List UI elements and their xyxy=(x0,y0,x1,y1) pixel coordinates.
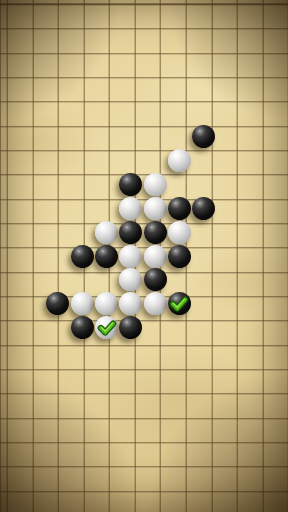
cell-3-1[interactable] xyxy=(70,29,94,53)
cell-0-14[interactable] xyxy=(0,340,22,364)
cell-5-13 xyxy=(119,316,143,340)
cell-4-0[interactable] xyxy=(94,5,118,29)
cell-3-20[interactable] xyxy=(70,483,94,507)
stone-black xyxy=(168,197,191,220)
cell-0-5[interactable] xyxy=(0,125,22,149)
cell-11-4[interactable] xyxy=(265,101,288,125)
cell-4-11[interactable] xyxy=(94,268,118,292)
cell-1-18[interactable] xyxy=(22,435,46,459)
cell-4-18[interactable] xyxy=(94,435,118,459)
cell-11-9[interactable] xyxy=(265,220,288,244)
cell-4-20[interactable] xyxy=(94,483,118,507)
cell-11-17[interactable] xyxy=(265,411,288,435)
cell-5-5[interactable] xyxy=(119,125,143,149)
cell-4-5[interactable] xyxy=(94,125,118,149)
cell-5-20[interactable] xyxy=(119,483,143,507)
cell-9-7[interactable] xyxy=(216,172,240,196)
cell-0-4[interactable] xyxy=(0,101,22,125)
cell-8-20[interactable] xyxy=(192,483,216,507)
cell-2-15[interactable] xyxy=(46,364,70,388)
cell-8-18[interactable] xyxy=(192,435,216,459)
stone-white xyxy=(168,149,191,172)
cell-0-16[interactable] xyxy=(0,388,22,412)
cell-0-18[interactable] xyxy=(0,435,22,459)
cell-1-19[interactable] xyxy=(22,459,46,483)
cell-10-18[interactable] xyxy=(240,435,264,459)
cell-11-7[interactable] xyxy=(265,172,288,196)
cell-10-12[interactable] xyxy=(240,292,264,316)
cell-9-11[interactable] xyxy=(216,268,240,292)
cell-1-0[interactable] xyxy=(22,5,46,29)
cell-11-8[interactable] xyxy=(265,196,288,220)
cell-4-1[interactable] xyxy=(94,29,118,53)
cell-1-6[interactable] xyxy=(22,149,46,173)
cell-2-0[interactable] xyxy=(46,5,70,29)
cell-0-17[interactable] xyxy=(0,411,22,435)
stone-white xyxy=(95,292,118,315)
cell-8-12[interactable] xyxy=(192,292,216,316)
cell-2-8[interactable] xyxy=(46,196,70,220)
cell-5-7 xyxy=(119,172,143,196)
cell-9-3[interactable] xyxy=(216,77,240,101)
cell-6-17[interactable] xyxy=(143,411,167,435)
cell-6-20[interactable] xyxy=(143,483,167,507)
cell-9-13[interactable] xyxy=(216,316,240,340)
cell-1-12[interactable] xyxy=(22,292,46,316)
last-move-check-icon xyxy=(97,320,117,336)
stone-white xyxy=(144,245,167,268)
cell-5-1[interactable] xyxy=(119,29,143,53)
cell-0-12[interactable] xyxy=(0,292,22,316)
cell-10-19[interactable] xyxy=(240,459,264,483)
cell-0-1[interactable] xyxy=(0,29,22,53)
cell-7-8 xyxy=(167,196,191,220)
cell-10-13[interactable] xyxy=(240,316,264,340)
cell-1-5[interactable] xyxy=(22,125,46,149)
cell-3-3[interactable] xyxy=(70,77,94,101)
stone-black xyxy=(192,125,215,148)
cell-2-4[interactable] xyxy=(46,101,70,125)
cell-7-14[interactable] xyxy=(167,340,191,364)
cell-0-11[interactable] xyxy=(0,268,22,292)
cell-3-6[interactable] xyxy=(70,149,94,173)
stone-black xyxy=(168,245,191,268)
cell-0-19[interactable] xyxy=(0,459,22,483)
cell-6-0[interactable] xyxy=(143,5,167,29)
cell-7-19[interactable] xyxy=(167,459,191,483)
cell-6-13[interactable] xyxy=(143,316,167,340)
cell-7-1[interactable] xyxy=(167,29,191,53)
stone-black xyxy=(119,173,142,196)
cell-4-12 xyxy=(94,292,118,316)
game-board xyxy=(0,0,288,512)
cell-1-4[interactable] xyxy=(22,101,46,125)
cell-11-20[interactable] xyxy=(265,483,288,507)
cell-9-15[interactable] xyxy=(216,364,240,388)
stone-black xyxy=(46,292,69,315)
cell-9-9[interactable] xyxy=(216,220,240,244)
stone-black xyxy=(95,245,118,268)
cell-3-19[interactable] xyxy=(70,459,94,483)
cell-6-14[interactable] xyxy=(143,340,167,364)
cell-1-14[interactable] xyxy=(22,340,46,364)
cell-9-12[interactable] xyxy=(216,292,240,316)
cell-0-20[interactable] xyxy=(0,483,22,507)
cell-3-2[interactable] xyxy=(70,53,94,77)
cell-7-7[interactable] xyxy=(167,172,191,196)
cell-1-17[interactable] xyxy=(22,411,46,435)
cell-2-16[interactable] xyxy=(46,388,70,412)
cell-7-11[interactable] xyxy=(167,268,191,292)
stone-black xyxy=(144,221,167,244)
cell-7-0[interactable] xyxy=(167,5,191,29)
cell-5-14[interactable] xyxy=(119,340,143,364)
cell-6-18[interactable] xyxy=(143,435,167,459)
cell-1-16[interactable] xyxy=(22,388,46,412)
stone-black xyxy=(119,221,142,244)
cell-7-5[interactable] xyxy=(167,125,191,149)
cell-4-16[interactable] xyxy=(94,388,118,412)
cell-10-1[interactable] xyxy=(240,29,264,53)
cell-5-9 xyxy=(119,220,143,244)
cell-4-13 xyxy=(94,316,118,340)
stone-white xyxy=(119,197,142,220)
cell-0-3[interactable] xyxy=(0,77,22,101)
cell-10-0[interactable] xyxy=(240,5,264,29)
cell-5-17[interactable] xyxy=(119,411,143,435)
stone-white xyxy=(168,221,191,244)
cell-1-8[interactable] xyxy=(22,196,46,220)
cell-11-14[interactable] xyxy=(265,340,288,364)
cell-4-14[interactable] xyxy=(94,340,118,364)
cell-3-10 xyxy=(70,244,94,268)
cell-2-1[interactable] xyxy=(46,29,70,53)
stone-white xyxy=(71,292,94,315)
cell-0-2[interactable] xyxy=(0,53,22,77)
cell-11-2[interactable] xyxy=(265,53,288,77)
cell-0-9[interactable] xyxy=(0,220,22,244)
cell-9-14[interactable] xyxy=(216,340,240,364)
cell-4-17[interactable] xyxy=(94,411,118,435)
cell-2-6[interactable] xyxy=(46,149,70,173)
cell-2-5[interactable] xyxy=(46,125,70,149)
cell-7-6 xyxy=(167,149,191,173)
cell-10-16[interactable] xyxy=(240,388,264,412)
cell-7-2[interactable] xyxy=(167,53,191,77)
cell-3-13 xyxy=(70,316,94,340)
cell-8-16[interactable] xyxy=(192,388,216,412)
cell-6-11 xyxy=(143,268,167,292)
cell-2-9[interactable] xyxy=(46,220,70,244)
cell-2-2[interactable] xyxy=(46,53,70,77)
cell-7-10 xyxy=(167,244,191,268)
cell-8-4[interactable] xyxy=(192,101,216,125)
cell-3-5[interactable] xyxy=(70,125,94,149)
cell-4-8[interactable] xyxy=(94,196,118,220)
cell-4-10 xyxy=(94,244,118,268)
cell-2-13[interactable] xyxy=(46,316,70,340)
cell-6-16[interactable] xyxy=(143,388,167,412)
cell-6-12 xyxy=(143,292,167,316)
cell-9-10[interactable] xyxy=(216,244,240,268)
cell-3-7[interactable] xyxy=(70,172,94,196)
cell-11-16[interactable] xyxy=(265,388,288,412)
stone-white xyxy=(95,221,118,244)
cell-5-2[interactable] xyxy=(119,53,143,77)
cell-9-17[interactable] xyxy=(216,411,240,435)
cell-10-10[interactable] xyxy=(240,244,264,268)
cell-10-17[interactable] xyxy=(240,411,264,435)
cell-10-7[interactable] xyxy=(240,172,264,196)
last-move-check-icon xyxy=(169,296,189,312)
cell-8-6[interactable] xyxy=(192,149,216,173)
cell-2-18[interactable] xyxy=(46,435,70,459)
cell-3-12 xyxy=(70,292,94,316)
cell-8-19[interactable] xyxy=(192,459,216,483)
cell-5-0[interactable] xyxy=(119,5,143,29)
cell-6-10 xyxy=(143,244,167,268)
cell-7-20[interactable] xyxy=(167,483,191,507)
cell-1-10[interactable] xyxy=(22,244,46,268)
cell-8-2[interactable] xyxy=(192,53,216,77)
cell-2-14[interactable] xyxy=(46,340,70,364)
cell-5-3[interactable] xyxy=(119,77,143,101)
cell-11-11[interactable] xyxy=(265,268,288,292)
cell-8-7[interactable] xyxy=(192,172,216,196)
cell-9-16[interactable] xyxy=(216,388,240,412)
cell-7-12 xyxy=(167,292,191,316)
cell-9-6[interactable] xyxy=(216,149,240,173)
cell-4-19[interactable] xyxy=(94,459,118,483)
cell-1-13[interactable] xyxy=(22,316,46,340)
cell-1-20[interactable] xyxy=(22,483,46,507)
cell-6-3[interactable] xyxy=(143,77,167,101)
cell-6-8 xyxy=(143,196,167,220)
cell-8-0[interactable] xyxy=(192,5,216,29)
cell-2-20[interactable] xyxy=(46,483,70,507)
cell-10-5[interactable] xyxy=(240,125,264,149)
cell-2-10[interactable] xyxy=(46,244,70,268)
cell-11-18[interactable] xyxy=(265,435,288,459)
cell-4-6[interactable] xyxy=(94,149,118,173)
cell-10-15[interactable] xyxy=(240,364,264,388)
cell-6-9 xyxy=(143,220,167,244)
cell-7-4[interactable] xyxy=(167,101,191,125)
cell-8-3[interactable] xyxy=(192,77,216,101)
cell-11-12[interactable] xyxy=(265,292,288,316)
cell-6-7 xyxy=(143,172,167,196)
stone-white xyxy=(119,268,142,291)
cell-6-2[interactable] xyxy=(143,53,167,77)
cell-8-17[interactable] xyxy=(192,411,216,435)
cell-4-3[interactable] xyxy=(94,77,118,101)
cell-5-12 xyxy=(119,292,143,316)
cell-8-15[interactable] xyxy=(192,364,216,388)
cell-0-13[interactable] xyxy=(0,316,22,340)
cell-2-11[interactable] xyxy=(46,268,70,292)
cell-3-14[interactable] xyxy=(70,340,94,364)
stone-black xyxy=(71,316,94,339)
cell-9-2[interactable] xyxy=(216,53,240,77)
cell-0-8[interactable] xyxy=(0,196,22,220)
stone-black xyxy=(71,245,94,268)
cell-3-0[interactable] xyxy=(70,5,94,29)
cell-9-0[interactable] xyxy=(216,5,240,29)
cell-11-1[interactable] xyxy=(265,29,288,53)
cell-7-15[interactable] xyxy=(167,364,191,388)
cell-9-4[interactable] xyxy=(216,101,240,125)
cell-7-17[interactable] xyxy=(167,411,191,435)
cell-5-10 xyxy=(119,244,143,268)
cell-0-15[interactable] xyxy=(0,364,22,388)
cell-9-8[interactable] xyxy=(216,196,240,220)
cell-5-4[interactable] xyxy=(119,101,143,125)
cell-2-17[interactable] xyxy=(46,411,70,435)
cell-6-4[interactable] xyxy=(143,101,167,125)
cell-8-9[interactable] xyxy=(192,220,216,244)
cell-5-11 xyxy=(119,268,143,292)
cell-11-13[interactable] xyxy=(265,316,288,340)
cell-6-1[interactable] xyxy=(143,29,167,53)
cell-6-6[interactable] xyxy=(143,149,167,173)
stone-white xyxy=(119,245,142,268)
cell-8-5 xyxy=(192,125,216,149)
cell-11-19[interactable] xyxy=(265,459,288,483)
cell-4-4[interactable] xyxy=(94,101,118,125)
cell-10-6[interactable] xyxy=(240,149,264,173)
cell-8-13[interactable] xyxy=(192,316,216,340)
cell-11-5[interactable] xyxy=(265,125,288,149)
cell-3-17[interactable] xyxy=(70,411,94,435)
cell-10-9[interactable] xyxy=(240,220,264,244)
cell-0-7[interactable] xyxy=(0,172,22,196)
cell-3-15[interactable] xyxy=(70,364,94,388)
game-grid xyxy=(0,5,288,507)
cell-7-9 xyxy=(167,220,191,244)
cell-11-3[interactable] xyxy=(265,77,288,101)
cell-4-15[interactable] xyxy=(94,364,118,388)
cell-6-19[interactable] xyxy=(143,459,167,483)
cell-10-14[interactable] xyxy=(240,340,264,364)
cell-4-7[interactable] xyxy=(94,172,118,196)
stone-white xyxy=(144,197,167,220)
cell-9-1[interactable] xyxy=(216,29,240,53)
cell-8-11[interactable] xyxy=(192,268,216,292)
cell-5-16[interactable] xyxy=(119,388,143,412)
cell-7-16[interactable] xyxy=(167,388,191,412)
cell-3-8[interactable] xyxy=(70,196,94,220)
cell-6-5[interactable] xyxy=(143,125,167,149)
cell-7-18[interactable] xyxy=(167,435,191,459)
cell-9-5[interactable] xyxy=(216,125,240,149)
cell-1-3[interactable] xyxy=(22,77,46,101)
stone-white xyxy=(144,292,167,315)
cell-1-11[interactable] xyxy=(22,268,46,292)
cell-0-10[interactable] xyxy=(0,244,22,268)
cell-3-4[interactable] xyxy=(70,101,94,125)
cell-5-19[interactable] xyxy=(119,459,143,483)
cell-10-8[interactable] xyxy=(240,196,264,220)
stone-white xyxy=(95,316,118,339)
cell-3-11[interactable] xyxy=(70,268,94,292)
cell-11-0[interactable] xyxy=(265,5,288,29)
cell-3-18[interactable] xyxy=(70,435,94,459)
cell-10-11[interactable] xyxy=(240,268,264,292)
cell-8-14[interactable] xyxy=(192,340,216,364)
cell-10-20[interactable] xyxy=(240,483,264,507)
stone-white xyxy=(144,173,167,196)
cell-2-19[interactable] xyxy=(46,459,70,483)
cell-5-15[interactable] xyxy=(119,364,143,388)
cell-5-18[interactable] xyxy=(119,435,143,459)
cell-6-15[interactable] xyxy=(143,364,167,388)
cell-7-13[interactable] xyxy=(167,316,191,340)
stone-black xyxy=(168,292,191,315)
cell-4-9 xyxy=(94,220,118,244)
cell-7-3[interactable] xyxy=(167,77,191,101)
cell-1-15[interactable] xyxy=(22,364,46,388)
cell-5-6[interactable] xyxy=(119,149,143,173)
cell-8-1[interactable] xyxy=(192,29,216,53)
cell-2-3[interactable] xyxy=(46,77,70,101)
cell-2-12 xyxy=(46,292,70,316)
cell-9-18[interactable] xyxy=(216,435,240,459)
cell-1-1[interactable] xyxy=(22,29,46,53)
cell-10-4[interactable] xyxy=(240,101,264,125)
cell-0-0[interactable] xyxy=(0,5,22,29)
cell-11-15[interactable] xyxy=(265,364,288,388)
cell-9-19[interactable] xyxy=(216,459,240,483)
cell-10-2[interactable] xyxy=(240,53,264,77)
cell-3-16[interactable] xyxy=(70,388,94,412)
cell-2-7[interactable] xyxy=(46,172,70,196)
cell-5-8 xyxy=(119,196,143,220)
cell-1-2[interactable] xyxy=(22,53,46,77)
cell-1-9[interactable] xyxy=(22,220,46,244)
cell-0-6[interactable] xyxy=(0,149,22,173)
cell-4-2[interactable] xyxy=(94,53,118,77)
cell-11-10[interactable] xyxy=(265,244,288,268)
cell-10-3[interactable] xyxy=(240,77,264,101)
cell-8-8 xyxy=(192,196,216,220)
stone-black xyxy=(192,197,215,220)
stone-black xyxy=(119,316,142,339)
cell-9-20[interactable] xyxy=(216,483,240,507)
cell-1-7[interactable] xyxy=(22,172,46,196)
stone-black xyxy=(144,268,167,291)
cell-3-9[interactable] xyxy=(70,220,94,244)
cell-8-10[interactable] xyxy=(192,244,216,268)
stone-white xyxy=(119,292,142,315)
cell-11-6[interactable] xyxy=(265,149,288,173)
